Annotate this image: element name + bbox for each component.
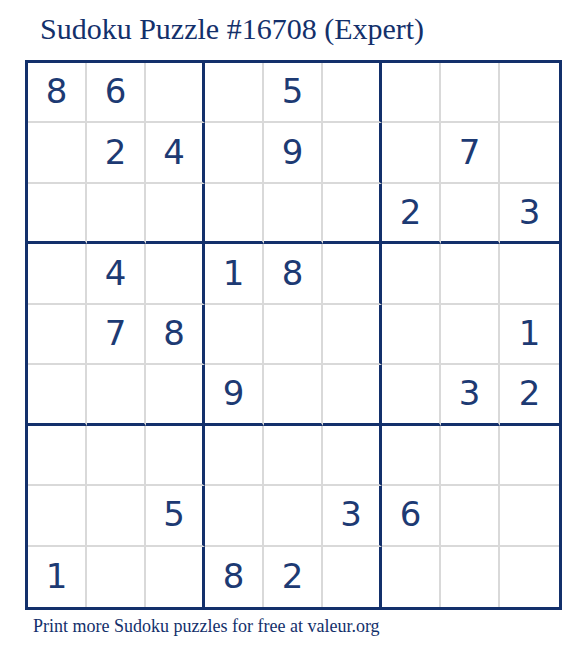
given-digit: 2 (282, 559, 304, 593)
given-digit: 8 (282, 256, 304, 290)
sudoku-cell-r5c2: 7 (87, 305, 146, 365)
sudoku-cell-r1c2: 6 (87, 63, 146, 123)
sudoku-cell-r6c8: 3 (441, 365, 500, 425)
sudoku-cell-r8c6: 3 (323, 486, 382, 546)
sudoku-cell-r8c4 (205, 486, 264, 546)
sudoku-cell-r4c1 (28, 244, 87, 304)
sudoku-cell-r7c3 (146, 426, 205, 486)
given-digit: 5 (163, 497, 185, 531)
given-digit: 9 (282, 135, 304, 169)
sudoku-cell-r8c9 (500, 486, 559, 546)
sudoku-cell-r8c5 (264, 486, 323, 546)
sudoku-cell-r5c5 (264, 305, 323, 365)
given-digit: 4 (163, 135, 185, 169)
given-digit: 2 (400, 195, 422, 229)
sudoku-cell-r5c6 (323, 305, 382, 365)
sudoku-cell-r6c9: 2 (500, 365, 559, 425)
sudoku-cell-r1c1: 8 (28, 63, 87, 123)
sudoku-cell-r8c1 (28, 486, 87, 546)
given-digit: 7 (459, 135, 481, 169)
sudoku-cell-r7c7 (382, 426, 441, 486)
given-digit: 6 (105, 74, 127, 108)
sudoku-cell-r7c1 (28, 426, 87, 486)
sudoku-cell-r4c7 (382, 244, 441, 304)
sudoku-cell-r5c4 (205, 305, 264, 365)
sudoku-cell-r3c1 (28, 184, 87, 244)
sudoku-cell-r1c9 (500, 63, 559, 123)
sudoku-cell-r7c5 (264, 426, 323, 486)
sudoku-cell-r5c3: 8 (146, 305, 205, 365)
sudoku-cell-r4c9 (500, 244, 559, 304)
sudoku-cell-r3c6 (323, 184, 382, 244)
sudoku-cell-r9c2 (87, 547, 146, 607)
sudoku-cell-r3c8 (441, 184, 500, 244)
sudoku-cell-r1c6 (323, 63, 382, 123)
sudoku-cell-r2c5: 9 (264, 123, 323, 183)
sudoku-cell-r3c3 (146, 184, 205, 244)
sudoku-cell-r3c4 (205, 184, 264, 244)
sudoku-cell-r1c3 (146, 63, 205, 123)
sudoku-cell-r2c3: 4 (146, 123, 205, 183)
sudoku-cell-r7c9 (500, 426, 559, 486)
sudoku-cell-r4c6 (323, 244, 382, 304)
sudoku-board: 865249723418781932536182 (25, 60, 562, 610)
sudoku-cell-r3c5 (264, 184, 323, 244)
sudoku-cell-r6c5 (264, 365, 323, 425)
sudoku-cell-r7c4 (205, 426, 264, 486)
sudoku-cell-r1c4 (205, 63, 264, 123)
sudoku-cell-r6c1 (28, 365, 87, 425)
sudoku-cell-r3c7: 2 (382, 184, 441, 244)
sudoku-cell-r9c5: 2 (264, 547, 323, 607)
sudoku-cell-r4c8 (441, 244, 500, 304)
sudoku-cell-r5c8 (441, 305, 500, 365)
sudoku-cell-r3c9: 3 (500, 184, 559, 244)
sudoku-cell-r9c8 (441, 547, 500, 607)
given-digit: 8 (223, 559, 245, 593)
sudoku-cell-r5c7 (382, 305, 441, 365)
sudoku-cell-r8c2 (87, 486, 146, 546)
sudoku-cell-r3c2 (87, 184, 146, 244)
sudoku-cell-r7c6 (323, 426, 382, 486)
sudoku-cell-r2c6 (323, 123, 382, 183)
sudoku-cell-r8c3: 5 (146, 486, 205, 546)
given-digit: 8 (46, 74, 68, 108)
sudoku-cell-r9c4: 8 (205, 547, 264, 607)
sudoku-cell-r1c5: 5 (264, 63, 323, 123)
sudoku-cell-r6c3 (146, 365, 205, 425)
sudoku-cell-r6c6 (323, 365, 382, 425)
sudoku-cell-r1c7 (382, 63, 441, 123)
sudoku-cell-r5c9: 1 (500, 305, 559, 365)
sudoku-cell-r1c8 (441, 63, 500, 123)
given-digit: 8 (163, 316, 185, 350)
sudoku-cell-r2c8: 7 (441, 123, 500, 183)
sudoku-page: Sudoku Puzzle #16708 (Expert) 8652497234… (0, 0, 580, 651)
sudoku-cell-r7c8 (441, 426, 500, 486)
sudoku-cell-r4c5: 8 (264, 244, 323, 304)
page-title: Sudoku Puzzle #16708 (Expert) (40, 12, 424, 46)
given-digit: 5 (282, 74, 304, 108)
given-digit: 3 (340, 497, 362, 531)
sudoku-cell-r6c2 (87, 365, 146, 425)
sudoku-cell-r2c1 (28, 123, 87, 183)
given-digit: 3 (459, 376, 481, 410)
given-digit: 2 (105, 135, 127, 169)
sudoku-cell-r5c1 (28, 305, 87, 365)
sudoku-cell-r6c7 (382, 365, 441, 425)
given-digit: 1 (519, 316, 541, 350)
sudoku-cell-r9c6 (323, 547, 382, 607)
sudoku-cell-r9c7 (382, 547, 441, 607)
sudoku-cell-r2c2: 2 (87, 123, 146, 183)
sudoku-cell-r9c1: 1 (28, 547, 87, 607)
given-digit: 6 (400, 497, 422, 531)
given-digit: 9 (223, 376, 245, 410)
sudoku-cell-r2c9 (500, 123, 559, 183)
sudoku-cell-r9c9 (500, 547, 559, 607)
sudoku-cell-r4c3 (146, 244, 205, 304)
given-digit: 1 (46, 559, 68, 593)
sudoku-cell-r2c7 (382, 123, 441, 183)
given-digit: 2 (519, 376, 541, 410)
given-digit: 7 (105, 316, 127, 350)
given-digit: 1 (223, 256, 245, 290)
given-digit: 3 (519, 195, 541, 229)
sudoku-cell-r8c8 (441, 486, 500, 546)
sudoku-cell-r2c4 (205, 123, 264, 183)
sudoku-cell-r7c2 (87, 426, 146, 486)
footer-text: Print more Sudoku puzzles for free at va… (33, 616, 380, 637)
given-digit: 4 (105, 256, 127, 290)
sudoku-cell-r8c7: 6 (382, 486, 441, 546)
sudoku-cell-r9c3 (146, 547, 205, 607)
sudoku-cell-r6c4: 9 (205, 365, 264, 425)
sudoku-cell-r4c4: 1 (205, 244, 264, 304)
sudoku-cell-r4c2: 4 (87, 244, 146, 304)
